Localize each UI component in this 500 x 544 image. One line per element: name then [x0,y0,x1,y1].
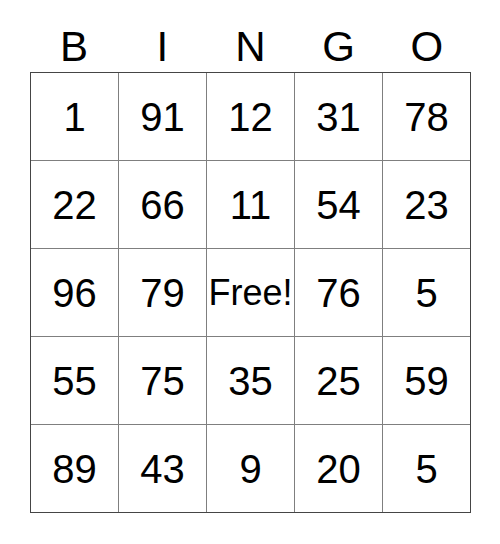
bingo-cell[interactable]: 9 [207,425,294,512]
bingo-cell[interactable]: 54 [295,161,382,248]
bingo-cell[interactable]: 35 [207,337,294,424]
bingo-cell[interactable]: 20 [295,425,382,512]
bingo-cell[interactable]: 25 [295,337,382,424]
bingo-cell[interactable]: 31 [295,73,382,160]
bingo-cell[interactable]: 96 [31,249,118,336]
bingo-cell[interactable]: 1 [31,73,118,160]
bingo-cell[interactable]: 79 [119,249,206,336]
bingo-cell[interactable]: 75 [119,337,206,424]
free-cell[interactable]: Free! [207,249,294,336]
bingo-header: B I N G O [30,0,471,72]
bingo-cell[interactable]: 11 [207,161,294,248]
bingo-cell[interactable]: 89 [31,425,118,512]
bingo-cell[interactable]: 12 [207,73,294,160]
bingo-grid: 19112317822661154239679Free!765557535255… [30,72,471,513]
bingo-cell[interactable]: 5 [383,425,470,512]
bingo-cell[interactable]: 59 [383,337,470,424]
header-letter-g: G [295,0,383,72]
header-letter-i: I [118,0,206,72]
bingo-cell[interactable]: 22 [31,161,118,248]
bingo-cell[interactable]: 76 [295,249,382,336]
bingo-cell[interactable]: 23 [383,161,470,248]
header-letter-b: B [30,0,118,72]
bingo-cell[interactable]: 78 [383,73,470,160]
bingo-cell[interactable]: 55 [31,337,118,424]
bingo-cell[interactable]: 5 [383,249,470,336]
bingo-cell[interactable]: 91 [119,73,206,160]
header-letter-o: O [383,0,471,72]
bingo-cell[interactable]: 66 [119,161,206,248]
bingo-cell[interactable]: 43 [119,425,206,512]
header-letter-n: N [206,0,294,72]
